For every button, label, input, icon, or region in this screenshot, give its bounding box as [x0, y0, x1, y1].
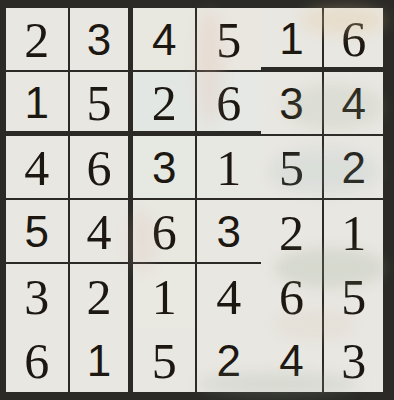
solved-digit: 1 [341, 208, 366, 258]
cell-r1c4[interactable]: 5 [197, 8, 261, 72]
solved-digit: 3 [24, 272, 49, 322]
cell-r6c6[interactable]: 3 [324, 328, 388, 392]
solved-digit: 6 [86, 143, 111, 193]
cell-r6c3[interactable]: 5 [133, 328, 197, 392]
cell-r2c5[interactable]: 3 [261, 72, 325, 136]
cell-r6c2[interactable]: 1 [70, 328, 134, 392]
cell-r5c5[interactable]: 6 [261, 264, 325, 328]
given-digit: 5 [25, 210, 49, 254]
cell-r2c3[interactable]: 2 [133, 72, 197, 136]
given-digit: 1 [87, 339, 111, 383]
cell-r4c5[interactable]: 2 [261, 200, 325, 264]
given-digit: 3 [279, 82, 303, 126]
given-digit: 1 [279, 17, 303, 61]
solved-digit: 1 [152, 272, 177, 322]
cell-r3c2[interactable]: 6 [70, 136, 134, 200]
cell-r5c4[interactable]: 4 [197, 264, 261, 328]
solved-digit: 6 [152, 207, 177, 257]
cell-r2c6[interactable]: 4 [324, 72, 388, 136]
solved-digit: 2 [86, 272, 111, 322]
cell-r2c2[interactable]: 5 [70, 72, 134, 136]
cell-r6c4[interactable]: 2 [197, 328, 261, 392]
cell-r1c5[interactable]: 1 [261, 8, 325, 72]
solved-digit: 5 [152, 336, 177, 386]
cell-r3c1[interactable]: 4 [6, 136, 70, 200]
solved-digit: 6 [279, 272, 304, 322]
solved-digit: 6 [216, 78, 241, 128]
cell-r3c5[interactable]: 5 [261, 136, 325, 200]
cell-r6c1[interactable]: 6 [6, 328, 70, 392]
solved-digit: 2 [24, 15, 49, 65]
cell-r3c6[interactable]: 2 [324, 136, 388, 200]
given-digit: 3 [217, 210, 241, 254]
given-digit: 4 [341, 82, 365, 126]
given-digit: 3 [152, 146, 176, 190]
given-digit: 3 [87, 18, 111, 62]
solved-digit: 5 [341, 272, 366, 322]
solved-digit: 5 [279, 143, 304, 193]
cell-r1c6[interactable]: 6 [324, 8, 388, 72]
solved-digit: 2 [152, 78, 177, 128]
cell-r3c4[interactable]: 1 [197, 136, 261, 200]
cell-r3c3[interactable]: 3 [133, 136, 197, 200]
cell-r6c5[interactable]: 4 [261, 328, 325, 392]
cell-r4c2[interactable]: 4 [70, 200, 134, 264]
given-digit: 2 [341, 146, 365, 190]
cell-r5c6[interactable]: 5 [324, 264, 388, 328]
cell-r2c4[interactable]: 6 [197, 72, 261, 136]
given-digit: 4 [279, 339, 303, 383]
given-digit: 4 [152, 18, 176, 62]
given-digit: 1 [25, 81, 49, 125]
cell-r1c1[interactable]: 2 [6, 8, 70, 72]
cell-r1c2[interactable]: 3 [70, 8, 134, 72]
cell-r5c3[interactable]: 1 [133, 264, 197, 328]
solved-digit: 5 [216, 15, 241, 65]
given-digit: 2 [217, 339, 241, 383]
solved-digit: 5 [86, 78, 111, 128]
solved-digit: 1 [216, 143, 241, 193]
solved-digit: 4 [24, 143, 49, 193]
cell-r4c1[interactable]: 5 [6, 200, 70, 264]
cell-r1c3[interactable]: 4 [133, 8, 197, 72]
cell-r4c3[interactable]: 6 [133, 200, 197, 264]
cell-r5c2[interactable]: 2 [70, 264, 134, 328]
solved-digit: 6 [24, 336, 49, 386]
solved-digit: 4 [86, 207, 111, 257]
solved-digit: 2 [279, 208, 304, 258]
cell-r5c1[interactable]: 3 [6, 264, 70, 328]
solved-digit: 4 [216, 272, 241, 322]
cell-r2c1[interactable]: 1 [6, 72, 70, 136]
solved-digit: 6 [341, 14, 366, 64]
solved-digit: 3 [341, 336, 366, 386]
sudoku-board: 234516152634463152546321321465615243 [0, 0, 394, 400]
cell-r4c6[interactable]: 1 [324, 200, 388, 264]
cell-r4c4[interactable]: 3 [197, 200, 261, 264]
